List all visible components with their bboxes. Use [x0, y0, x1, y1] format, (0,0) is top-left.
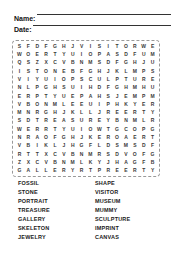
grid-cell-r16c7[interactable]: Y: [68, 167, 77, 175]
grid-cell-r2c14[interactable]: F: [130, 50, 139, 58]
grid-cell-r13c1[interactable]: V: [15, 142, 24, 150]
grid-cell-r5c8[interactable]: S: [77, 75, 86, 83]
grid-cell-r5c4[interactable]: U: [42, 75, 51, 83]
grid-cell-r11c7[interactable]: U: [68, 125, 77, 133]
grid-cell-r14c2[interactable]: T: [24, 150, 33, 158]
grid-cell-r15c12[interactable]: H: [113, 158, 122, 166]
grid-cell-r1c2[interactable]: F: [24, 42, 33, 50]
grid-cell-r6c12[interactable]: G: [113, 84, 122, 92]
grid-cell-r13c8[interactable]: G: [77, 142, 86, 150]
grid-cell-r10c10[interactable]: E: [95, 117, 104, 125]
grid-cell-r6c1[interactable]: N: [15, 84, 24, 92]
grid-cell-r7c7[interactable]: E: [68, 92, 77, 100]
grid-cell-r1c4[interactable]: F: [42, 42, 51, 50]
grid-cell-r1c1[interactable]: S: [15, 42, 24, 50]
grid-cell-r10c14[interactable]: M: [130, 117, 139, 125]
grid-cell-r7c6[interactable]: U: [59, 92, 68, 100]
grid-cell-r11c10[interactable]: W: [95, 125, 104, 133]
grid-cell-r14c13[interactable]: V: [122, 150, 131, 158]
grid-cell-r15c13[interactable]: A: [122, 158, 131, 166]
grid-cell-r10c13[interactable]: N: [122, 117, 131, 125]
grid-cell-r8c11[interactable]: P: [104, 100, 113, 108]
grid-cell-r4c4[interactable]: O: [42, 67, 51, 75]
grid-cell-r7c13[interactable]: E: [122, 92, 131, 100]
grid-cell-r11c6[interactable]: Y: [59, 125, 68, 133]
grid-cell-r8c16[interactable]: R: [148, 100, 157, 108]
grid-cell-r7c8[interactable]: P: [77, 92, 86, 100]
grid-cell-r5c7[interactable]: P: [68, 75, 77, 83]
grid-cell-r3c2[interactable]: S: [24, 59, 33, 67]
grid-cell-r5c2[interactable]: I: [24, 75, 33, 83]
grid-cell-r11c15[interactable]: P: [139, 125, 148, 133]
grid-cell-r13c2[interactable]: B: [24, 142, 33, 150]
grid-cell-r11c1[interactable]: W: [15, 125, 24, 133]
grid-cell-r6c14[interactable]: M: [130, 84, 139, 92]
grid-cell-r12c4[interactable]: O: [42, 133, 51, 141]
grid-cell-r7c1[interactable]: E: [15, 92, 24, 100]
grid-cell-r16c2[interactable]: A: [24, 167, 33, 175]
grid-cell-r11c13[interactable]: C: [122, 125, 131, 133]
grid-cell-r2c12[interactable]: S: [113, 50, 122, 58]
grid-cell-r4c2[interactable]: S: [24, 67, 33, 75]
word-item-shape[interactable]: SHAPE: [95, 179, 130, 188]
grid-cell-r12c12[interactable]: O: [113, 133, 122, 141]
grid-cell-r2c11[interactable]: A: [104, 50, 113, 58]
grid-cell-r7c4[interactable]: T: [42, 92, 51, 100]
grid-cell-r14c16[interactable]: G: [148, 150, 157, 158]
grid-cell-r9c5[interactable]: H: [51, 109, 60, 117]
date-field-row: Date:: [14, 18, 32, 27]
grid-cell-r7c3[interactable]: P: [33, 92, 42, 100]
grid-cell-r8c6[interactable]: L: [59, 100, 68, 108]
grid-cell-r14c1[interactable]: R: [15, 150, 24, 158]
grid-cell-r5c1[interactable]: V: [15, 75, 24, 83]
grid-cell-r9c16[interactable]: Y: [148, 109, 157, 117]
grid-cell-r14c14[interactable]: O: [130, 150, 139, 158]
grid-cell-r5c12[interactable]: P: [113, 75, 122, 83]
grid-cell-r1c9[interactable]: I: [86, 42, 95, 50]
grid-cell-r13c15[interactable]: D: [139, 142, 148, 150]
grid-cell-r4c14[interactable]: M: [130, 67, 139, 75]
word-item-visitor[interactable]: VISITOR: [95, 188, 130, 197]
word-item-imprint[interactable]: IMPRINT: [95, 224, 130, 233]
grid-cell-r12c6[interactable]: G: [59, 133, 68, 141]
grid-cell-r2c3[interactable]: E: [33, 50, 42, 58]
grid-cell-r9c7[interactable]: K: [68, 109, 77, 117]
grid-cell-r15c7[interactable]: M: [68, 158, 77, 166]
grid-cell-r12c13[interactable]: A: [122, 133, 131, 141]
grid-cell-r7c12[interactable]: J: [113, 92, 122, 100]
grid-cell-r5c14[interactable]: U: [130, 75, 139, 83]
grid-cell-r9c8[interactable]: L: [77, 109, 86, 117]
grid-cell-r2c1[interactable]: W: [15, 50, 24, 58]
grid-cell-r15c8[interactable]: L: [77, 158, 86, 166]
grid-cell-r16c14[interactable]: R: [130, 167, 139, 175]
grid-cell-r6c5[interactable]: H: [51, 84, 60, 92]
grid-cell-r6c3[interactable]: P: [33, 84, 42, 92]
grid-cell-r9c6[interactable]: J: [59, 109, 68, 117]
grid-cell-r9c10[interactable]: J: [95, 109, 104, 117]
grid-cell-r10c8[interactable]: U: [77, 117, 86, 125]
grid-cell-r5c5[interactable]: I: [51, 75, 60, 83]
grid-cell-r11c16[interactable]: G: [148, 125, 157, 133]
grid-cell-r6c9[interactable]: H: [86, 84, 95, 92]
grid-cell-r15c11[interactable]: J: [104, 158, 113, 166]
grid-cell-r2c5[interactable]: T: [51, 50, 60, 58]
grid-cell-r2c10[interactable]: P: [95, 50, 104, 58]
grid-cell-r14c4[interactable]: X: [42, 150, 51, 158]
grid-cell-r16c1[interactable]: G: [15, 167, 24, 175]
grid-cell-r3c10[interactable]: S: [95, 59, 104, 67]
grid-cell-r7c5[interactable]: Y: [51, 92, 60, 100]
grid-cell-r13c4[interactable]: K: [42, 142, 51, 150]
date-input-line[interactable]: [33, 18, 171, 26]
grid-cell-r11c14[interactable]: O: [130, 125, 139, 133]
grid-cell-r16c10[interactable]: P: [95, 167, 104, 175]
word-item-gallery[interactable]: GALLERY: [18, 215, 50, 224]
grid-cell-r5c11[interactable]: L: [104, 75, 113, 83]
grid-cell-r2c6[interactable]: Y: [59, 50, 68, 58]
grid-cell-r1c11[interactable]: I: [104, 42, 113, 50]
grid-cell-r12c9[interactable]: K: [86, 133, 95, 141]
grid-cell-r8c15[interactable]: E: [139, 100, 148, 108]
grid-cell-r3c8[interactable]: N: [77, 59, 86, 67]
grid-cell-r4c8[interactable]: F: [77, 67, 86, 75]
grid-cell-r7c14[interactable]: M: [130, 92, 139, 100]
grid-cell-r1c14[interactable]: R: [130, 42, 139, 50]
grid-cell-r3c13[interactable]: G: [122, 59, 131, 67]
grid-cell-r2c16[interactable]: M: [148, 50, 157, 58]
grid-cell-r1c5[interactable]: G: [51, 42, 60, 50]
grid-cell-r13c3[interactable]: I: [33, 142, 42, 150]
grid-cell-r8c3[interactable]: O: [33, 100, 42, 108]
grid-cell-r3c16[interactable]: U: [148, 59, 157, 67]
grid-cell-r6c4[interactable]: G: [42, 84, 51, 92]
grid-cell-r1c7[interactable]: J: [68, 42, 77, 50]
grid-cell-r7c9[interactable]: A: [86, 92, 95, 100]
grid-cell-r11c3[interactable]: R: [33, 125, 42, 133]
grid-cell-r2c13[interactable]: D: [122, 50, 131, 58]
grid-cell-r8c2[interactable]: B: [24, 100, 33, 108]
word-list-left-column: FOSSILSTONEPORTRAITTREASUREGALLERYSKELET…: [18, 179, 50, 242]
grid-cell-r5c13[interactable]: T: [122, 75, 131, 83]
grid-cell-r3c3[interactable]: Z: [33, 59, 42, 67]
grid-cell-r2c7[interactable]: U: [68, 50, 77, 58]
grid-cell-r10c1[interactable]: S: [15, 117, 24, 125]
grid-cell-r4c6[interactable]: E: [59, 67, 68, 75]
grid-cell-r4c7[interactable]: B: [68, 67, 77, 75]
grid-cell-r16c13[interactable]: E: [122, 167, 131, 175]
grid-cell-r9c4[interactable]: G: [42, 109, 51, 117]
grid-cell-r2c9[interactable]: O: [86, 50, 95, 58]
grid-cell-r13c12[interactable]: S: [113, 142, 122, 150]
grid-cell-r9c15[interactable]: T: [139, 109, 148, 117]
grid-cell-r4c16[interactable]: S: [148, 67, 157, 75]
grid-cell-r11c2[interactable]: E: [24, 125, 33, 133]
grid-cell-r16c5[interactable]: E: [51, 167, 60, 175]
grid-cell-r12c8[interactable]: J: [77, 133, 86, 141]
grid-cell-r16c11[interactable]: R: [104, 167, 113, 175]
grid-cell-r11c8[interactable]: I: [77, 125, 86, 133]
grid-cell-r12c14[interactable]: E: [130, 133, 139, 141]
grid-cell-r3c1[interactable]: Q: [15, 59, 24, 67]
grid-cell-r7c10[interactable]: H: [95, 92, 104, 100]
grid-cell-r13c6[interactable]: J: [59, 142, 68, 150]
grid-cell-r10c4[interactable]: R: [42, 117, 51, 125]
grid-cell-r3c11[interactable]: D: [104, 59, 113, 67]
grid-cell-r8c13[interactable]: K: [122, 100, 131, 108]
word-item-fossil[interactable]: FOSSIL: [18, 179, 50, 188]
grid-cell-r8c8[interactable]: E: [77, 100, 86, 108]
grid-cell-r8c7[interactable]: E: [68, 100, 77, 108]
grid-cell-r10c11[interactable]: Y: [104, 117, 113, 125]
grid-cell-r9c12[interactable]: E: [113, 109, 122, 117]
grid-cell-r4c5[interactable]: N: [51, 67, 60, 75]
grid-cell-r10c7[interactable]: S: [68, 117, 77, 125]
grid-cell-r13c16[interactable]: F: [148, 142, 157, 150]
date-label: Date:: [14, 26, 32, 33]
grid-cell-r4c15[interactable]: P: [139, 67, 148, 75]
grid-cell-r16c8[interactable]: R: [77, 167, 86, 175]
grid-cell-r15c1[interactable]: Z: [15, 158, 24, 166]
grid-cell-r5c9[interactable]: C: [86, 75, 95, 83]
grid-cell-r6c2[interactable]: L: [24, 84, 33, 92]
grid-cell-r7c16[interactable]: M: [148, 92, 157, 100]
grid-cell-r8c14[interactable]: Y: [130, 100, 139, 108]
grid-cell-r5c16[interactable]: E: [148, 75, 157, 83]
name-field-row: Name:: [14, 7, 35, 16]
grid-cell-r15c15[interactable]: F: [139, 158, 148, 166]
grid-cell-r10c12[interactable]: B: [113, 117, 122, 125]
grid-cell-r7c2[interactable]: R: [24, 92, 33, 100]
grid-cell-r3c6[interactable]: V: [59, 59, 68, 67]
grid-cell-r8c5[interactable]: M: [51, 100, 60, 108]
grid-cell-r12c10[interactable]: E: [95, 133, 104, 141]
word-item-skeleton[interactable]: SKELETON: [18, 224, 50, 233]
grid-cell-r10c3[interactable]: T: [33, 117, 42, 125]
grid-cell-r6c8[interactable]: I: [77, 84, 86, 92]
grid-cell-r4c10[interactable]: H: [95, 67, 104, 75]
grid-cell-r4c9[interactable]: G: [86, 67, 95, 75]
grid-cell-r7c15[interactable]: P: [139, 92, 148, 100]
grid-cell-r14c3[interactable]: T: [33, 150, 42, 158]
grid-cell-r15c9[interactable]: K: [86, 158, 95, 166]
grid-cell-r9c9[interactable]: L: [86, 109, 95, 117]
grid-cell-r6c15[interactable]: H: [139, 84, 148, 92]
grid-cell-r14c10[interactable]: R: [95, 150, 104, 158]
grid-cell-r9c2[interactable]: N: [24, 109, 33, 117]
word-list-right-column: SHAPEVISITORMUSEUMMUMMYSCULPTUREIMPRINTC…: [95, 179, 130, 242]
grid-cell-r12c1[interactable]: N: [15, 133, 24, 141]
grid-cell-r2c2[interactable]: O: [24, 50, 33, 58]
grid-cell-r1c10[interactable]: S: [95, 42, 104, 50]
grid-cell-r5c3[interactable]: Y: [33, 75, 42, 83]
grid-cell-r12c11[interactable]: R: [104, 133, 113, 141]
grid-cell-r11c4[interactable]: R: [42, 125, 51, 133]
grid-cell-r5c15[interactable]: R: [139, 75, 148, 83]
grid-cell-r10c15[interactable]: L: [139, 117, 148, 125]
grid-cell-r1c8[interactable]: V: [77, 42, 86, 50]
grid-cell-r15c3[interactable]: C: [33, 158, 42, 166]
grid-cell-r9c13[interactable]: E: [122, 109, 131, 117]
word-item-treasure[interactable]: TREASURE: [18, 206, 50, 215]
word-item-portrait[interactable]: PORTRAIT: [18, 197, 50, 206]
grid-cell-r6c16[interactable]: U: [148, 84, 157, 92]
grid-cell-r6c13[interactable]: H: [122, 84, 131, 92]
grid-cell-r12c5[interactable]: F: [51, 133, 60, 141]
grid-cell-r4c12[interactable]: K: [113, 67, 122, 75]
grid-cell-r3c12[interactable]: F: [113, 59, 122, 67]
grid-cell-r3c9[interactable]: M: [86, 59, 95, 67]
grid-cell-r16c6[interactable]: R: [59, 167, 68, 175]
grid-cell-r14c9[interactable]: M: [86, 150, 95, 158]
grid-cell-r9c14[interactable]: R: [130, 109, 139, 117]
grid-cell-r1c3[interactable]: D: [33, 42, 42, 50]
grid-cell-r15c4[interactable]: V: [42, 158, 51, 166]
grid-cell-r15c14[interactable]: G: [130, 158, 139, 166]
grid-cell-r12c3[interactable]: A: [33, 133, 42, 141]
grid-cell-r2c4[interactable]: R: [42, 50, 51, 58]
grid-cell-r13c9[interactable]: F: [86, 142, 95, 150]
grid-cell-r16c3[interactable]: L: [33, 167, 42, 175]
word-item-jewelry[interactable]: JEWELRY: [18, 233, 50, 242]
grid-cell-r13c10[interactable]: L: [95, 142, 104, 150]
grid-cell-r14c8[interactable]: N: [77, 150, 86, 158]
grid-cell-r6c6[interactable]: S: [59, 84, 68, 92]
word-item-canvas[interactable]: CANVAS: [95, 233, 130, 242]
grid-cell-r13c11[interactable]: D: [104, 142, 113, 150]
grid-cell-r13c7[interactable]: H: [68, 142, 77, 150]
grid-cell-r11c12[interactable]: G: [113, 125, 122, 133]
grid-cell-r6c11[interactable]: F: [104, 84, 113, 92]
grid-cell-r14c11[interactable]: S: [104, 150, 113, 158]
grid-cell-r15c10[interactable]: Y: [95, 158, 104, 166]
grid-cell-r11c5[interactable]: T: [51, 125, 60, 133]
grid-cell-r12c16[interactable]: T: [148, 133, 157, 141]
grid-cell-r16c9[interactable]: T: [86, 167, 95, 175]
grid-cell-r11c11[interactable]: T: [104, 125, 113, 133]
grid-cell-r1c15[interactable]: W: [139, 42, 148, 50]
grid-cell-r8c4[interactable]: N: [42, 100, 51, 108]
grid-cell-r8c12[interactable]: H: [113, 100, 122, 108]
grid-cell-r8c9[interactable]: U: [86, 100, 95, 108]
grid-cell-r10c6[interactable]: A: [59, 117, 68, 125]
grid-cell-r2c8[interactable]: I: [77, 50, 86, 58]
grid-cell-r16c15[interactable]: T: [139, 167, 148, 175]
grid-cell-r1c6[interactable]: H: [59, 42, 68, 50]
grid-cell-r9c11[interactable]: R: [104, 109, 113, 117]
grid-cell-r6c7[interactable]: U: [68, 84, 77, 92]
grid-cell-r16c16[interactable]: Y: [148, 167, 157, 175]
grid-cell-r11c9[interactable]: O: [86, 125, 95, 133]
grid-cell-r10c2[interactable]: D: [24, 117, 33, 125]
grid-cell-r4c11[interactable]: J: [104, 67, 113, 75]
grid-cell-r16c12[interactable]: E: [113, 167, 122, 175]
grid-cell-r1c16[interactable]: E: [148, 42, 157, 50]
grid-cell-r7c11[interactable]: S: [104, 92, 113, 100]
grid-cell-r10c9[interactable]: R: [86, 117, 95, 125]
grid-cell-r3c14[interactable]: H: [130, 59, 139, 67]
grid-cell-r2c15[interactable]: U: [139, 50, 148, 58]
grid-cell-r10c16[interactable]: R: [148, 117, 157, 125]
grid-cell-r12c7[interactable]: H: [68, 133, 77, 141]
word-item-museum[interactable]: MUSEUM: [95, 197, 130, 206]
grid-cell-r9c1[interactable]: M: [15, 109, 24, 117]
grid-cell-r14c12[interactable]: D: [113, 150, 122, 158]
grid-cell-r5c10[interactable]: U: [95, 75, 104, 83]
word-search-grid[interactable]: SFDFGHJVISITORWEWOERTYUIOPASDFUMQSZXCVBN…: [12, 40, 160, 177]
grid-cell-r14c6[interactable]: V: [59, 150, 68, 158]
word-item-sculpture[interactable]: SCULPTURE: [95, 215, 130, 224]
grid-cell-r15c16[interactable]: B: [148, 158, 157, 166]
grid-cell-r4c13[interactable]: L: [122, 67, 131, 75]
grid-cell-r5c6[interactable]: O: [59, 75, 68, 83]
grid-cell-r9c3[interactable]: R: [33, 109, 42, 117]
grid-cell-r3c4[interactable]: X: [42, 59, 51, 67]
grid-cell-r13c13[interactable]: M: [122, 142, 131, 150]
grid-cell-r3c15[interactable]: J: [139, 59, 148, 67]
grid-cell-r15c5[interactable]: B: [51, 158, 60, 166]
grid-cell-r3c5[interactable]: C: [51, 59, 60, 67]
grid-cell-r15c6[interactable]: N: [59, 158, 68, 166]
grid-cell-r10c5[interactable]: E: [51, 117, 60, 125]
grid-cell-r8c1[interactable]: V: [15, 100, 24, 108]
grid-cell-r12c2[interactable]: R: [24, 133, 33, 141]
grid-cell-r13c14[interactable]: S: [130, 142, 139, 150]
name-input-line[interactable]: [37, 7, 171, 15]
grid-cell-r3c7[interactable]: B: [68, 59, 77, 67]
grid-cell-r4c1[interactable]: I: [15, 67, 24, 75]
grid-cell-r14c7[interactable]: B: [68, 150, 77, 158]
word-item-stone[interactable]: STONE: [18, 188, 50, 197]
grid-cell-r1c12[interactable]: T: [113, 42, 122, 50]
grid-cell-r13c5[interactable]: L: [51, 142, 60, 150]
word-item-mummy[interactable]: MUMMY: [95, 206, 130, 215]
grid-cell-r14c5[interactable]: C: [51, 150, 60, 158]
grid-cell-r15c2[interactable]: X: [24, 158, 33, 166]
grid-cell-r4c3[interactable]: T: [33, 67, 42, 75]
grid-cell-r12c15[interactable]: R: [139, 133, 148, 141]
grid-cell-r14c15[interactable]: F: [139, 150, 148, 158]
grid-cell-r8c10[interactable]: I: [95, 100, 104, 108]
grid-cell-r1c13[interactable]: O: [122, 42, 131, 50]
grid-cell-r16c4[interactable]: L: [42, 167, 51, 175]
grid-cell-r6c10[interactable]: D: [95, 84, 104, 92]
